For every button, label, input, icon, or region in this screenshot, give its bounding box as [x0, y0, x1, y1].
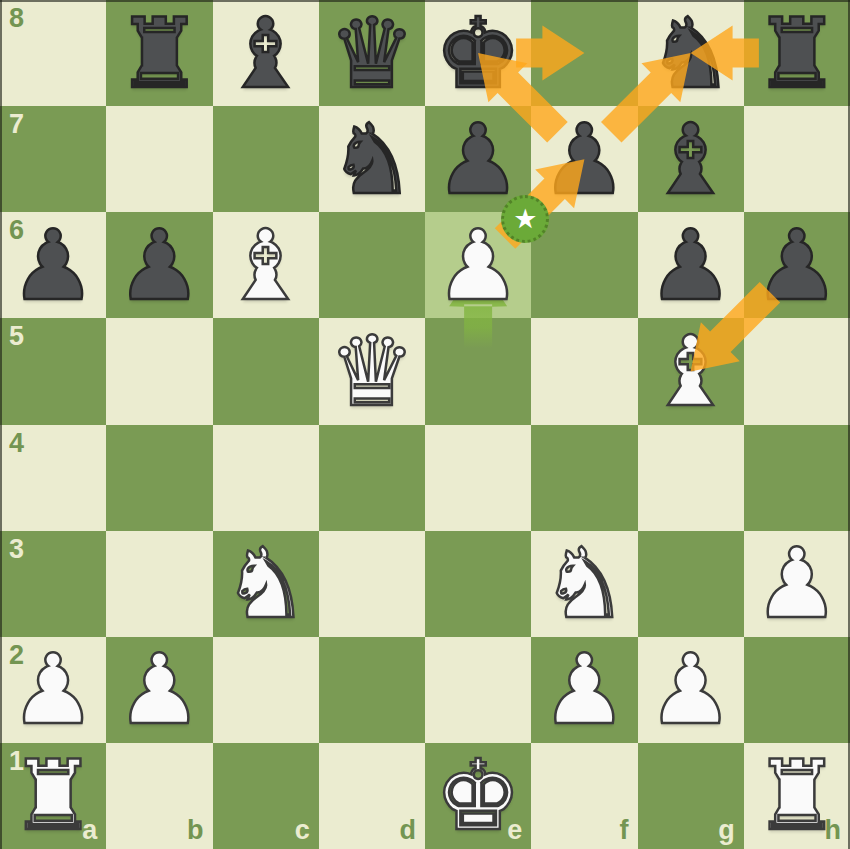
square-b1[interactable]: b: [106, 743, 212, 849]
rank-label-7: 7: [9, 111, 24, 138]
square-c7[interactable]: [213, 106, 319, 212]
square-c5[interactable]: [213, 318, 319, 424]
file-label-f: f: [620, 817, 629, 844]
square-h5[interactable]: [744, 318, 850, 424]
square-c1[interactable]: c: [213, 743, 319, 849]
square-f5[interactable]: [531, 318, 637, 424]
square-d1[interactable]: d: [319, 743, 425, 849]
piece-white-rook-a1[interactable]: ♜: [0, 743, 106, 849]
square-g3[interactable]: [638, 531, 744, 637]
piece-black-pawn-f7[interactable]: ♟: [531, 106, 637, 212]
square-f8[interactable]: [531, 0, 637, 106]
file-label-b: b: [187, 817, 204, 844]
square-h4[interactable]: [744, 425, 850, 531]
square-c4[interactable]: [213, 425, 319, 531]
piece-white-king-e1[interactable]: ♚: [425, 743, 531, 849]
square-c2[interactable]: [213, 637, 319, 743]
square-b4[interactable]: [106, 425, 212, 531]
piece-black-pawn-b6[interactable]: ♟: [106, 212, 212, 318]
piece-black-pawn-a6[interactable]: ♟: [0, 212, 106, 318]
file-label-c: c: [295, 817, 310, 844]
square-d4[interactable]: [319, 425, 425, 531]
square-g4[interactable]: [638, 425, 744, 531]
piece-black-knight-d7[interactable]: ♞: [319, 106, 425, 212]
piece-black-queen-d8[interactable]: ♛: [319, 0, 425, 106]
piece-white-queen-d5[interactable]: ♛: [319, 318, 425, 424]
square-a4[interactable]: 4: [0, 425, 106, 531]
rank-label-4: 4: [9, 430, 24, 457]
piece-black-bishop-g7[interactable]: ♝: [638, 106, 744, 212]
piece-black-knight-g8[interactable]: ♞: [638, 0, 744, 106]
piece-white-knight-f3[interactable]: ♞: [531, 531, 637, 637]
square-d2[interactable]: [319, 637, 425, 743]
square-h2[interactable]: [744, 637, 850, 743]
star-icon: ★: [513, 206, 537, 233]
piece-white-bishop-g5[interactable]: ♝: [638, 318, 744, 424]
rank-label-8: 8: [9, 5, 24, 32]
piece-black-pawn-g6[interactable]: ♟: [638, 212, 744, 318]
piece-black-king-e8[interactable]: ♚: [425, 0, 531, 106]
piece-white-pawn-a2[interactable]: ♟: [0, 637, 106, 743]
square-e4[interactable]: [425, 425, 531, 531]
piece-black-bishop-c8[interactable]: ♝: [213, 0, 319, 106]
square-b7[interactable]: [106, 106, 212, 212]
square-d3[interactable]: [319, 531, 425, 637]
square-f6[interactable]: [531, 212, 637, 318]
file-label-g: g: [718, 817, 735, 844]
piece-white-pawn-g2[interactable]: ♟: [638, 637, 744, 743]
square-f1[interactable]: f: [531, 743, 637, 849]
square-a8[interactable]: 8: [0, 0, 106, 106]
piece-white-rook-h1[interactable]: ♜: [744, 743, 850, 849]
square-e2[interactable]: [425, 637, 531, 743]
square-a5[interactable]: 5: [0, 318, 106, 424]
piece-white-knight-c3[interactable]: ♞: [213, 531, 319, 637]
square-b5[interactable]: [106, 318, 212, 424]
chess-board: 87654321abcdefgh ♜♝♛♚♞♜♞♟♟♝♟♟♝♟♟♟♛♝♞♞♟♟♟…: [0, 0, 850, 849]
piece-black-rook-b8[interactable]: ♜: [106, 0, 212, 106]
square-d6[interactable]: [319, 212, 425, 318]
rank-label-3: 3: [9, 536, 24, 563]
piece-white-bishop-c6[interactable]: ♝: [213, 212, 319, 318]
square-b3[interactable]: [106, 531, 212, 637]
piece-white-pawn-f2[interactable]: ♟: [531, 637, 637, 743]
square-h7[interactable]: [744, 106, 850, 212]
square-a7[interactable]: 7: [0, 106, 106, 212]
file-label-d: d: [400, 817, 417, 844]
square-e5[interactable]: [425, 318, 531, 424]
piece-black-pawn-h6[interactable]: ♟: [744, 212, 850, 318]
square-f4[interactable]: [531, 425, 637, 531]
piece-black-rook-h8[interactable]: ♜: [744, 0, 850, 106]
rank-label-5: 5: [9, 323, 24, 350]
square-e3[interactable]: [425, 531, 531, 637]
square-a3[interactable]: 3: [0, 531, 106, 637]
square-g1[interactable]: g: [638, 743, 744, 849]
piece-white-pawn-h3[interactable]: ♟: [744, 531, 850, 637]
piece-white-pawn-b2[interactable]: ♟: [106, 637, 212, 743]
